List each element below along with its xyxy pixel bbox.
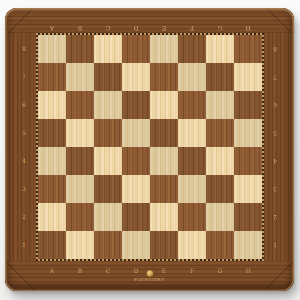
square-e5[interactable] [150,119,178,147]
square-f5[interactable] [178,119,206,147]
square-b6[interactable] [66,91,94,119]
square-e3[interactable] [150,175,178,203]
frame-top-rail [5,8,294,33]
square-b7[interactable] [66,63,94,91]
square-g8[interactable] [206,35,234,63]
square-g3[interactable] [206,175,234,203]
square-f6[interactable] [178,91,206,119]
square-a2[interactable] [38,203,66,231]
square-f8[interactable] [178,35,206,63]
square-d5[interactable] [122,119,150,147]
square-b2[interactable] [66,203,94,231]
square-d6[interactable] [122,91,150,119]
square-e1[interactable] [150,231,178,259]
square-b8[interactable] [66,35,94,63]
square-d8[interactable] [122,35,150,63]
square-g6[interactable] [206,91,234,119]
square-f4[interactable] [178,147,206,175]
square-h5[interactable] [234,119,262,147]
playing-area [38,35,262,259]
square-a5[interactable] [38,119,66,147]
square-a6[interactable] [38,91,66,119]
square-f1[interactable] [178,231,206,259]
square-f3[interactable] [178,175,206,203]
square-a3[interactable] [38,175,66,203]
square-h4[interactable] [234,147,262,175]
square-c6[interactable] [94,91,122,119]
photo-background: ABCDEFGH ABCDEFGH 87654321 87654321 FOUR… [0,0,300,300]
square-e6[interactable] [150,91,178,119]
square-g7[interactable] [206,63,234,91]
square-c1[interactable] [94,231,122,259]
frame-bottom-rail [5,261,294,291]
square-h6[interactable] [234,91,262,119]
square-h8[interactable] [234,35,262,63]
square-d7[interactable] [122,63,150,91]
square-h1[interactable] [234,231,262,259]
square-a4[interactable] [38,147,66,175]
square-b4[interactable] [66,147,94,175]
square-e4[interactable] [150,147,178,175]
square-h7[interactable] [234,63,262,91]
square-a7[interactable] [38,63,66,91]
square-e8[interactable] [150,35,178,63]
square-g4[interactable] [206,147,234,175]
square-b3[interactable] [66,175,94,203]
square-a8[interactable] [38,35,66,63]
square-c7[interactable] [94,63,122,91]
square-e2[interactable] [150,203,178,231]
square-g1[interactable] [206,231,234,259]
square-b5[interactable] [66,119,94,147]
square-f7[interactable] [178,63,206,91]
square-d4[interactable] [122,147,150,175]
inlay-border [36,33,264,261]
square-b1[interactable] [66,231,94,259]
square-g2[interactable] [206,203,234,231]
chessboard: ABCDEFGH ABCDEFGH 87654321 87654321 FOUR… [5,8,294,291]
square-d3[interactable] [122,175,150,203]
square-d2[interactable] [122,203,150,231]
square-h3[interactable] [234,175,262,203]
square-c5[interactable] [94,119,122,147]
square-c3[interactable] [94,175,122,203]
square-d1[interactable] [122,231,150,259]
square-f2[interactable] [178,203,206,231]
square-h2[interactable] [234,203,262,231]
square-c4[interactable] [94,147,122,175]
square-c2[interactable] [94,203,122,231]
square-c8[interactable] [94,35,122,63]
square-g5[interactable] [206,119,234,147]
frame-right-rail [264,8,294,291]
square-e7[interactable] [150,63,178,91]
square-a1[interactable] [38,231,66,259]
frame-left-rail [5,8,36,291]
